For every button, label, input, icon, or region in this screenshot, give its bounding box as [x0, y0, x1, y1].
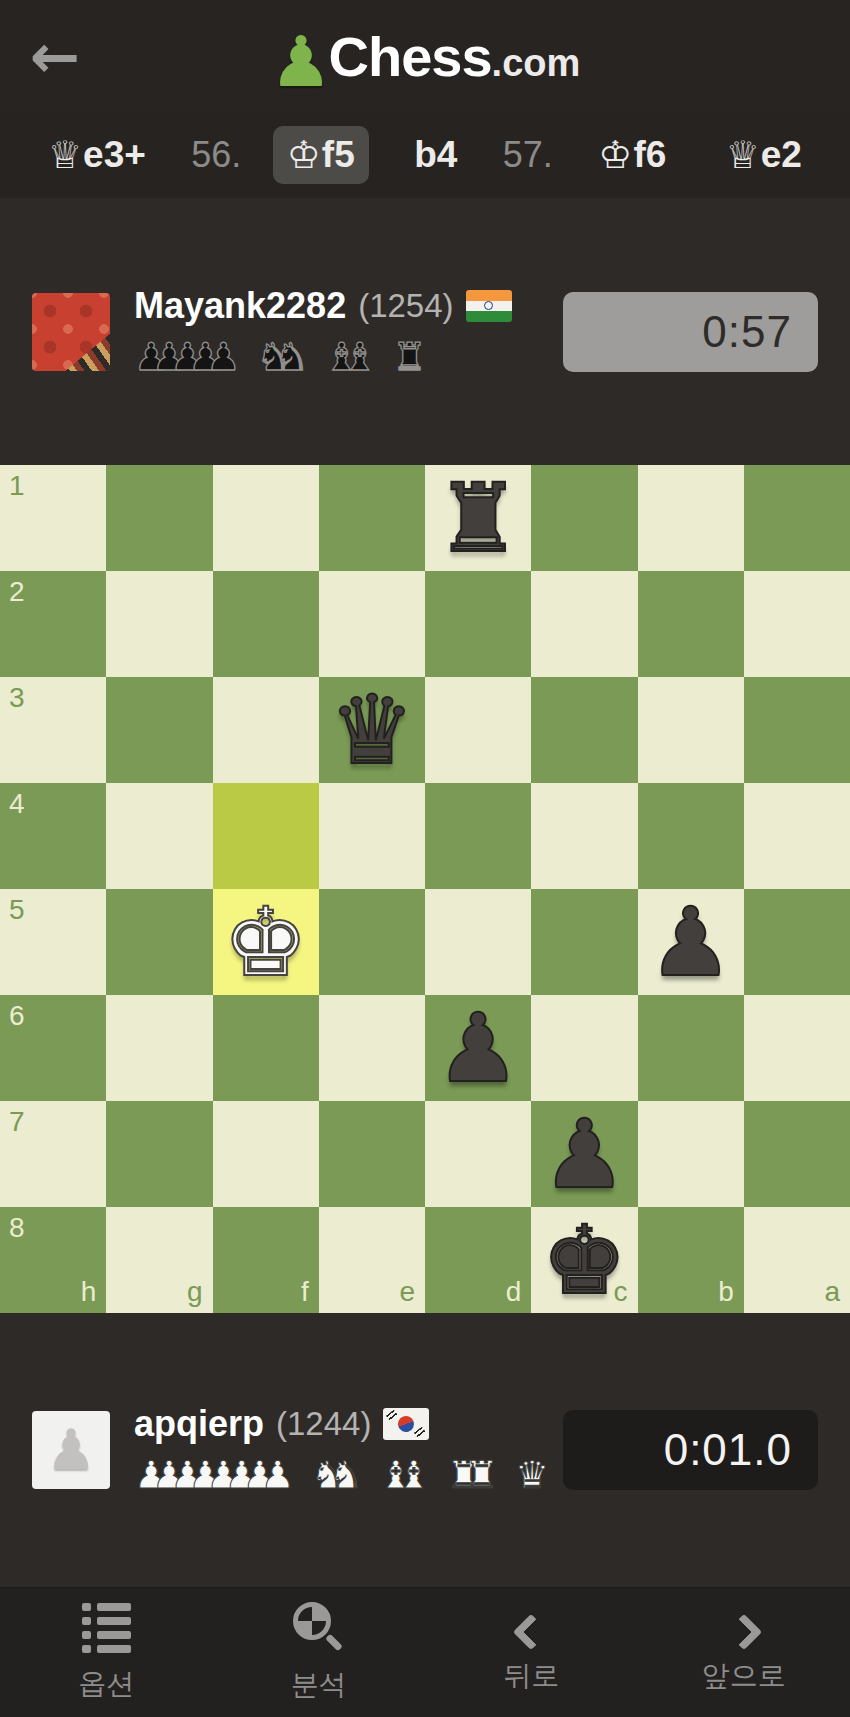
square-g4[interactable] [106, 783, 212, 889]
logo-brand-text: Chess [328, 24, 491, 89]
captured-bishop-group: ♝♝ [379, 1456, 431, 1494]
square-a5[interactable] [744, 889, 850, 995]
square-g6[interactable] [106, 995, 212, 1101]
figurine-icon: ♕ [726, 133, 760, 177]
square-d2[interactable] [425, 571, 531, 677]
square-d8[interactable]: d [425, 1207, 531, 1313]
move-text: e2 [761, 134, 802, 176]
square-c7[interactable]: ♟ [531, 1101, 637, 1207]
square-f1[interactable] [213, 465, 319, 571]
captured-queen: ♛ [515, 1456, 549, 1494]
square-g7[interactable] [106, 1101, 212, 1207]
square-a7[interactable] [744, 1101, 850, 1207]
captured-bishop: ♝ [397, 1456, 431, 1494]
white-king[interactable]: ♚ [213, 889, 319, 995]
square-f4[interactable] [213, 783, 319, 889]
top-player-info: Mayank2282 (1254) ♟♟♟♟♟♞♞♝♝♜ [134, 285, 512, 379]
black-rook[interactable]: ♜ [425, 465, 531, 571]
bottom-captured-pieces: ♟♟♟♟♟♟♟♟♞♞♝♝♜♜♛+17 [134, 1453, 563, 1497]
captured-rook-group: ♜♜ [447, 1456, 499, 1494]
square-b6[interactable] [638, 995, 744, 1101]
square-d4[interactable] [425, 783, 531, 889]
nav-analysis-label: 분석 [291, 1666, 347, 1704]
square-b1[interactable] [638, 465, 744, 571]
square-a4[interactable] [744, 783, 850, 889]
captured-pawn: ♟ [261, 1456, 295, 1494]
black-pawn[interactable]: ♟ [425, 995, 531, 1101]
square-g1[interactable] [106, 465, 212, 571]
move-entry[interactable]: ♕e3+ [34, 126, 160, 184]
captured-pawn-group: ♟♟♟♟♟ [134, 338, 240, 376]
nav-options-button[interactable]: 옵션 [0, 1588, 213, 1717]
square-h3[interactable]: 3 [0, 677, 106, 783]
square-a6[interactable] [744, 995, 850, 1101]
rank-label-8: 8 [9, 1214, 25, 1242]
chess-app: ← ♟ Chess .com ♕e3+56.♔f5b457.♔f6♕e2 May… [0, 0, 850, 1717]
square-b8[interactable]: b [638, 1207, 744, 1313]
move-text: f6 [633, 134, 666, 176]
captured-queen-group: ♛ [515, 1456, 549, 1494]
square-c6[interactable] [531, 995, 637, 1101]
square-b2[interactable] [638, 571, 744, 677]
square-f8[interactable]: f [213, 1207, 319, 1313]
square-f7[interactable] [213, 1101, 319, 1207]
square-e8[interactable]: e [319, 1207, 425, 1313]
square-c5[interactable] [531, 889, 637, 995]
figurine-icon: ♔ [287, 133, 321, 177]
analysis-magnifier-icon [293, 1602, 345, 1654]
white-clock: 0:57 [563, 292, 818, 372]
square-g8[interactable]: g [106, 1207, 212, 1313]
square-h1[interactable]: 1 [0, 465, 106, 571]
app-header: ← ♟ Chess .com [0, 0, 850, 112]
file-label-f: f [301, 1278, 309, 1306]
square-f5[interactable]: ♚ [213, 889, 319, 995]
square-d5[interactable] [425, 889, 531, 995]
chess-board: 1♜23♛45♚♟6♟7♟8hgfedc♚ba [0, 465, 850, 1313]
file-label-d: d [506, 1278, 522, 1306]
square-e2[interactable] [319, 571, 425, 677]
captured-pawn-group: ♟♟♟♟♟♟♟♟ [134, 1456, 295, 1494]
top-player-avatar[interactable] [32, 293, 110, 371]
move-list-bar: ♕e3+56.♔f5b457.♔f6♕e2 [0, 112, 850, 198]
back-button[interactable]: ← [0, 0, 110, 112]
square-h5[interactable]: 5 [0, 889, 106, 995]
bottom-player-rating: (1244) [276, 1405, 371, 1443]
logo-domain-text: .com [492, 42, 581, 85]
move-number: 57. [503, 134, 553, 176]
file-label-b: b [718, 1278, 734, 1306]
square-c1[interactable] [531, 465, 637, 571]
square-b5[interactable]: ♟ [638, 889, 744, 995]
square-e6[interactable] [319, 995, 425, 1101]
nav-analysis-button[interactable]: 분석 [213, 1588, 426, 1717]
options-list-icon [82, 1603, 131, 1653]
move-text: f5 [322, 134, 355, 176]
square-c8[interactable]: c♚ [531, 1207, 637, 1313]
captured-pawn: ♟ [206, 338, 240, 376]
move-entry[interactable]: b4 [400, 127, 471, 183]
square-f3[interactable] [213, 677, 319, 783]
top-player-rating: (1254) [358, 287, 453, 325]
top-player-name[interactable]: Mayank2282 [134, 285, 346, 327]
square-g5[interactable] [106, 889, 212, 995]
square-b3[interactable] [638, 677, 744, 783]
nav-forward-label: 앞으로 [702, 1657, 786, 1695]
rank-label-5: 5 [9, 896, 25, 924]
nav-options-label: 옵션 [78, 1665, 134, 1703]
square-c2[interactable] [531, 571, 637, 677]
rank-label-2: 2 [9, 578, 25, 606]
square-h6[interactable]: 6 [0, 995, 106, 1101]
square-b4[interactable] [638, 783, 744, 889]
square-a8[interactable]: a [744, 1207, 850, 1313]
move-text: e3+ [83, 134, 146, 176]
captured-rook: ♜ [465, 1456, 499, 1494]
india-flag-icon [466, 290, 512, 322]
captured-knight-group: ♞♞ [256, 338, 308, 376]
captured-rook-group: ♜ [393, 338, 427, 376]
square-e5[interactable] [319, 889, 425, 995]
default-avatar-pawn-icon: ♟ [46, 1422, 96, 1478]
move-entry[interactable]: ♕e2 [712, 126, 816, 184]
black-queen[interactable]: ♛ [319, 677, 425, 783]
square-a2[interactable] [744, 571, 850, 677]
chevron-left-icon [513, 1613, 550, 1650]
square-e1[interactable] [319, 465, 425, 571]
top-captured-pieces: ♟♟♟♟♟♞♞♝♝♜ [134, 335, 512, 379]
black-clock: 0:01.0 [563, 1410, 818, 1490]
captured-rook: ♜ [393, 338, 427, 376]
move-number: 56. [191, 134, 241, 176]
file-label-a: a [824, 1278, 840, 1306]
captured-bishop-group: ♝♝ [325, 338, 377, 376]
bottom-player-avatar[interactable]: ♟ [32, 1411, 110, 1489]
figurine-icon: ♕ [48, 133, 82, 177]
rank-label-4: 4 [9, 790, 25, 818]
square-c3[interactable] [531, 677, 637, 783]
captured-knight-group: ♞♞ [311, 1456, 363, 1494]
rank-label-1: 1 [9, 472, 25, 500]
file-label-e: e [399, 1278, 415, 1306]
move-entry[interactable]: ♔f6 [584, 126, 680, 184]
square-b7[interactable] [638, 1101, 744, 1207]
nav-back-label: 뒤로 [503, 1657, 559, 1695]
square-d1[interactable]: ♜ [425, 465, 531, 571]
bottom-player-info: apqierp (1244) ♟♟♟♟♟♟♟♟♞♞♝♝♜♜♛+17 [134, 1403, 563, 1497]
bottom-player-name[interactable]: apqierp [134, 1403, 264, 1445]
move-entry-current[interactable]: ♔f5 [273, 126, 369, 184]
rank-label-7: 7 [9, 1108, 25, 1136]
square-a1[interactable] [744, 465, 850, 571]
square-h7[interactable]: 7 [0, 1101, 106, 1207]
file-label-h: h [81, 1278, 97, 1306]
square-f6[interactable] [213, 995, 319, 1101]
chesscom-logo: ♟ Chess .com [270, 24, 581, 89]
square-e4[interactable] [319, 783, 425, 889]
chevron-right-icon [725, 1613, 762, 1650]
file-label-g: g [187, 1278, 203, 1306]
black-king[interactable]: ♚ [531, 1207, 637, 1313]
square-g2[interactable] [106, 571, 212, 677]
back-arrow-icon: ← [30, 26, 80, 86]
black-pawn[interactable]: ♟ [638, 889, 744, 995]
square-e3[interactable]: ♛ [319, 677, 425, 783]
captured-bishop: ♝ [343, 338, 377, 376]
top-player-panel: Mayank2282 (1254) ♟♟♟♟♟♞♞♝♝♜ 0:57 [0, 198, 850, 465]
rank-label-6: 6 [9, 1002, 25, 1030]
figurine-icon: ♔ [598, 133, 632, 177]
square-f2[interactable] [213, 571, 319, 677]
square-c4[interactable] [531, 783, 637, 889]
black-pawn[interactable]: ♟ [531, 1101, 637, 1207]
square-a3[interactable] [744, 677, 850, 783]
square-h8[interactable]: 8h [0, 1207, 106, 1313]
square-d3[interactable] [425, 677, 531, 783]
nav-back-button[interactable]: 뒤로 [425, 1588, 638, 1717]
rank-label-3: 3 [9, 684, 25, 712]
square-h2[interactable]: 2 [0, 571, 106, 677]
captured-knight: ♞ [329, 1456, 363, 1494]
south-korea-flag-icon [383, 1408, 429, 1440]
move-text: b4 [414, 134, 457, 176]
bottom-nav-bar: 옵션 분석 뒤로 앞으로 [0, 1587, 850, 1717]
bottom-player-panel: ♟ apqierp (1244) ♟♟♟♟♟♟♟♟♞♞♝♝♜♜♛+17 0:01… [0, 1313, 850, 1587]
square-d6[interactable]: ♟ [425, 995, 531, 1101]
square-h4[interactable]: 4 [0, 783, 106, 889]
square-g3[interactable] [106, 677, 212, 783]
square-e7[interactable] [319, 1101, 425, 1207]
square-d7[interactable] [425, 1101, 531, 1207]
nav-forward-button[interactable]: 앞으로 [638, 1588, 850, 1717]
captured-knight: ♞ [274, 338, 308, 376]
